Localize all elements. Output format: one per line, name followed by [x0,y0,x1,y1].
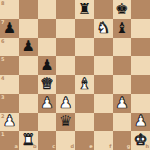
piece-white-king: ♚ [134,133,147,148]
piece-white-pawn: ♟ [115,95,128,110]
square-g3[interactable]: ♟ [113,94,132,113]
square-a3[interactable]: 3 [0,94,19,113]
square-h3[interactable] [131,94,150,113]
square-a2[interactable]: 2♟ [0,113,19,132]
square-h8[interactable] [131,0,150,19]
square-f2[interactable] [94,113,113,132]
file-label-a: a [14,144,17,149]
square-d4[interactable] [56,75,75,94]
square-h1[interactable]: h♚ [131,131,150,150]
square-g7[interactable]: ♝ [113,19,132,38]
square-c4[interactable]: ♛ [38,75,57,94]
square-b7[interactable] [19,19,38,38]
square-a5[interactable]: 5 [0,56,19,75]
square-e7[interactable] [75,19,94,38]
square-g5[interactable] [113,56,132,75]
square-f8[interactable] [94,0,113,19]
piece-white-pawn: ♟ [134,114,147,129]
square-c1[interactable]: c [38,131,57,150]
square-d8[interactable] [56,0,75,19]
square-f4[interactable] [94,75,113,94]
square-d5[interactable] [56,56,75,75]
piece-white-pawn: ♟ [40,95,53,110]
square-c7[interactable] [38,19,57,38]
rank-label-4: 4 [1,76,4,81]
square-f1[interactable]: f [94,131,113,150]
file-label-e: e [89,144,92,149]
square-b3[interactable] [19,94,38,113]
square-b4[interactable] [19,75,38,94]
piece-white-bishop: ♝ [78,76,91,91]
square-a6[interactable]: 6 [0,38,19,57]
square-c8[interactable] [38,0,57,19]
file-label-g: g [127,144,131,149]
square-e1[interactable]: e [75,131,94,150]
square-b5[interactable] [19,56,38,75]
piece-white-pawn: ♟ [59,95,72,110]
square-a4[interactable]: 4 [0,75,19,94]
square-f6[interactable] [94,38,113,57]
rank-label-5: 5 [1,57,4,62]
square-f7[interactable]: ♞ [94,19,113,38]
piece-white-queen: ♛ [40,76,53,91]
square-c3[interactable]: ♟ [38,94,57,113]
square-a1[interactable]: 1a [0,131,19,150]
rank-label-3: 3 [1,95,4,100]
file-label-f: f [109,144,111,149]
square-e4[interactable]: ♝ [75,75,94,94]
piece-black-queen: ♛ [59,114,72,129]
square-e3[interactable] [75,94,94,113]
piece-white-pawn: ♟ [3,114,16,129]
square-f3[interactable] [94,94,113,113]
square-c5[interactable]: ♟ [38,56,57,75]
piece-black-pawn: ♟ [21,39,34,54]
piece-black-pawn: ♟ [3,20,16,35]
square-h7[interactable] [131,19,150,38]
rank-label-1: 1 [1,132,4,137]
square-d3[interactable]: ♟ [56,94,75,113]
square-c6[interactable] [38,38,57,57]
square-b1[interactable]: b♜ [19,131,38,150]
square-h2[interactable]: ♟ [131,113,150,132]
square-d1[interactable]: d [56,131,75,150]
rank-label-8: 8 [1,1,4,6]
square-a8[interactable]: 8 [0,0,19,19]
piece-black-king: ♚ [115,1,128,16]
square-g1[interactable]: g [113,131,132,150]
square-e2[interactable] [75,113,94,132]
square-e6[interactable] [75,38,94,57]
file-label-d: d [70,144,74,149]
square-b6[interactable]: ♟ [19,38,38,57]
square-g2[interactable] [113,113,132,132]
square-b8[interactable] [19,0,38,19]
square-g8[interactable]: ♚ [113,0,132,19]
square-d6[interactable] [56,38,75,57]
square-d7[interactable] [56,19,75,38]
square-g4[interactable] [113,75,132,94]
square-c2[interactable] [38,113,57,132]
piece-black-rook: ♜ [78,1,91,16]
piece-white-knight: ♞ [96,20,109,35]
square-e8[interactable]: ♜ [75,0,94,19]
square-h5[interactable] [131,56,150,75]
chess-board: 8♜♚7♟♞♝6♟5♟4♛♝3♟♟♟2♟♛♟1ab♜cdefgh♚ [0,0,150,150]
square-h6[interactable] [131,38,150,57]
square-h4[interactable] [131,75,150,94]
piece-black-pawn: ♟ [40,58,53,73]
piece-black-bishop: ♝ [115,20,128,35]
square-a7[interactable]: 7♟ [0,19,19,38]
square-b2[interactable] [19,113,38,132]
file-label-c: c [52,144,55,149]
square-g6[interactable] [113,38,132,57]
square-e5[interactable] [75,56,94,75]
square-d2[interactable]: ♛ [56,113,75,132]
square-f5[interactable] [94,56,113,75]
rank-label-6: 6 [1,39,4,44]
piece-white-rook: ♜ [21,133,34,148]
